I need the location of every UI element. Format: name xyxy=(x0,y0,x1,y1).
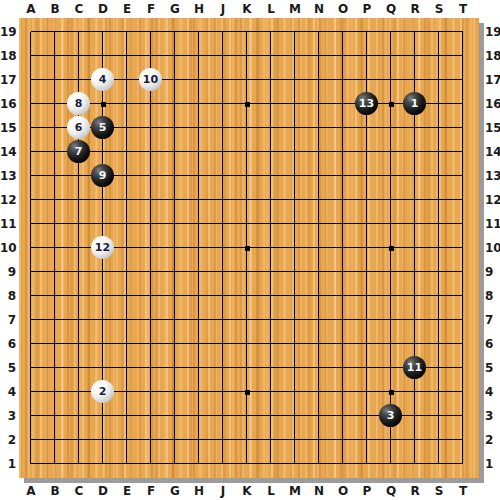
column-label-top-T: T xyxy=(451,2,475,17)
stone-black-3: 3 xyxy=(379,404,402,427)
column-label-bottom-O: O xyxy=(331,484,355,499)
column-label-bottom-C: C xyxy=(67,484,91,499)
column-label-top-M: M xyxy=(283,2,307,17)
row-label-right-19: 19 xyxy=(485,24,500,40)
row-label-left-17: 17 xyxy=(0,72,16,88)
row-label-right-14: 14 xyxy=(485,144,500,160)
column-label-top-P: P xyxy=(355,2,379,17)
stone-white-2: 2 xyxy=(91,380,114,403)
row-label-right-10: 10 xyxy=(485,240,500,256)
goban[interactable]: 12345678910111213 xyxy=(19,18,479,478)
row-label-left-5: 5 xyxy=(0,360,16,376)
row-label-left-2: 2 xyxy=(0,432,16,448)
stone-black-9: 9 xyxy=(91,164,114,187)
move-number-label: 10 xyxy=(143,74,158,85)
move-number-label: 7 xyxy=(75,146,83,157)
stone-white-12: 12 xyxy=(91,236,114,259)
row-label-right-2: 2 xyxy=(485,432,500,448)
move-number-label: 8 xyxy=(75,98,83,109)
move-number-label: 11 xyxy=(407,362,422,373)
row-label-right-17: 17 xyxy=(485,72,500,88)
column-label-bottom-H: H xyxy=(187,484,211,499)
row-label-right-4: 4 xyxy=(485,384,500,400)
row-label-right-9: 9 xyxy=(485,264,500,280)
stone-white-4: 4 xyxy=(91,68,114,91)
column-label-bottom-S: S xyxy=(427,484,451,499)
column-label-top-S: S xyxy=(427,2,451,17)
row-label-left-8: 8 xyxy=(0,288,16,304)
column-label-top-G: G xyxy=(163,2,187,17)
column-label-bottom-J: J xyxy=(211,484,235,499)
column-label-bottom-T: T xyxy=(451,484,475,499)
column-label-top-B: B xyxy=(43,2,67,17)
row-label-right-11: 11 xyxy=(485,216,500,232)
column-label-top-L: L xyxy=(259,2,283,17)
move-number-label: 5 xyxy=(99,122,107,133)
move-number-label: 1 xyxy=(411,98,419,109)
stone-white-6: 6 xyxy=(67,116,90,139)
row-label-left-6: 6 xyxy=(0,336,16,352)
row-label-left-4: 4 xyxy=(0,384,16,400)
stone-black-7: 7 xyxy=(67,140,90,163)
row-label-right-7: 7 xyxy=(485,312,500,328)
row-label-right-5: 5 xyxy=(485,360,500,376)
row-label-left-13: 13 xyxy=(0,168,16,184)
column-label-top-K: K xyxy=(235,2,259,17)
column-label-bottom-Q: Q xyxy=(379,484,403,499)
column-label-top-F: F xyxy=(139,2,163,17)
column-label-top-R: R xyxy=(403,2,427,17)
row-label-left-15: 15 xyxy=(0,120,16,136)
row-label-left-16: 16 xyxy=(0,96,16,112)
column-label-top-N: N xyxy=(307,2,331,17)
column-label-bottom-N: N xyxy=(307,484,331,499)
column-label-top-J: J xyxy=(211,2,235,17)
stone-white-8: 8 xyxy=(67,92,90,115)
row-label-left-12: 12 xyxy=(0,192,16,208)
column-label-bottom-L: L xyxy=(259,484,283,499)
row-label-left-18: 18 xyxy=(0,48,16,64)
stone-black-1: 1 xyxy=(403,92,426,115)
row-label-right-3: 3 xyxy=(485,408,500,424)
row-label-right-1: 1 xyxy=(485,456,500,472)
row-label-left-7: 7 xyxy=(0,312,16,328)
row-label-left-19: 19 xyxy=(0,24,16,40)
stone-white-10: 10 xyxy=(139,68,162,91)
column-label-bottom-K: K xyxy=(235,484,259,499)
column-label-top-Q: Q xyxy=(379,2,403,17)
row-label-left-1: 1 xyxy=(0,456,16,472)
column-label-bottom-B: B xyxy=(43,484,67,499)
row-label-left-9: 9 xyxy=(0,264,16,280)
move-number-label: 4 xyxy=(99,74,107,85)
column-label-bottom-G: G xyxy=(163,484,187,499)
row-label-right-6: 6 xyxy=(485,336,500,352)
column-label-top-D: D xyxy=(91,2,115,17)
row-label-right-12: 12 xyxy=(485,192,500,208)
column-label-bottom-D: D xyxy=(91,484,115,499)
stone-black-13: 13 xyxy=(355,92,378,115)
row-label-right-16: 16 xyxy=(485,96,500,112)
move-number-label: 9 xyxy=(99,170,107,181)
move-number-label: 2 xyxy=(99,386,107,397)
stone-black-5: 5 xyxy=(91,116,114,139)
row-label-right-13: 13 xyxy=(485,168,500,184)
column-label-bottom-F: F xyxy=(139,484,163,499)
column-label-top-E: E xyxy=(115,2,139,17)
row-label-right-15: 15 xyxy=(485,120,500,136)
row-label-left-11: 11 xyxy=(0,216,16,232)
column-label-top-C: C xyxy=(67,2,91,17)
move-number-label: 3 xyxy=(387,410,395,421)
stone-black-11: 11 xyxy=(403,356,426,379)
column-label-bottom-E: E xyxy=(115,484,139,499)
move-number-label: 6 xyxy=(75,122,83,133)
move-number-label: 12 xyxy=(95,242,110,253)
column-label-bottom-R: R xyxy=(403,484,427,499)
column-label-bottom-P: P xyxy=(355,484,379,499)
column-label-top-H: H xyxy=(187,2,211,17)
column-label-top-A: A xyxy=(19,2,43,17)
column-label-bottom-M: M xyxy=(283,484,307,499)
row-label-left-10: 10 xyxy=(0,240,16,256)
go-diagram: 12345678910111213 AABBCCDDEEFFGGHHJJKKLL… xyxy=(0,0,500,500)
row-label-right-8: 8 xyxy=(485,288,500,304)
row-label-left-14: 14 xyxy=(0,144,16,160)
column-label-bottom-A: A xyxy=(19,484,43,499)
row-label-left-3: 3 xyxy=(0,408,16,424)
stones-layer: 12345678910111213 xyxy=(30,31,464,465)
row-label-right-18: 18 xyxy=(485,48,500,64)
column-label-top-O: O xyxy=(331,2,355,17)
move-number-label: 13 xyxy=(359,98,374,109)
